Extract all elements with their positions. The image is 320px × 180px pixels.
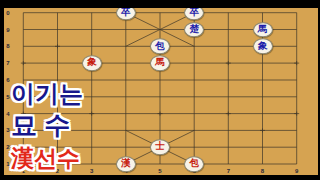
rank-label: 2 (6, 144, 9, 150)
file-label: 9 (295, 168, 298, 174)
piece-han: 包 (184, 156, 204, 172)
rank-label: 0 (6, 10, 9, 16)
piece-han: 士 (150, 139, 170, 155)
letterbox-bar-bottom (0, 175, 320, 180)
piece-cho: 楚 (184, 22, 204, 38)
rank-label: 3 (6, 127, 9, 133)
file-label: 1 (22, 168, 25, 174)
video-frame: 0987654321 123456789 卒卒楚馬包象象馬士漢包 이기는 묘 수… (0, 0, 320, 180)
piece-han: 象 (82, 55, 102, 71)
rank-label: 5 (6, 94, 9, 100)
file-label: 3 (90, 168, 93, 174)
letterbox-bar-left (0, 0, 4, 180)
letterbox-bar-top (0, 0, 320, 8)
piece-han: 馬 (150, 55, 170, 71)
rank-label: 8 (6, 43, 9, 49)
rank-label: 1 (6, 161, 9, 167)
rank-label: 4 (6, 111, 9, 117)
piece-cho: 馬 (253, 22, 273, 38)
rank-label: 6 (6, 77, 9, 83)
file-label: 2 (56, 168, 59, 174)
file-label: 7 (227, 168, 230, 174)
file-label: 5 (158, 168, 161, 174)
piece-han: 漢 (116, 156, 136, 172)
piece-cho: 象 (253, 39, 273, 55)
file-label: 8 (261, 168, 264, 174)
rank-label: 7 (6, 60, 9, 66)
piece-cho: 包 (150, 39, 170, 55)
rank-label: 9 (6, 27, 9, 33)
